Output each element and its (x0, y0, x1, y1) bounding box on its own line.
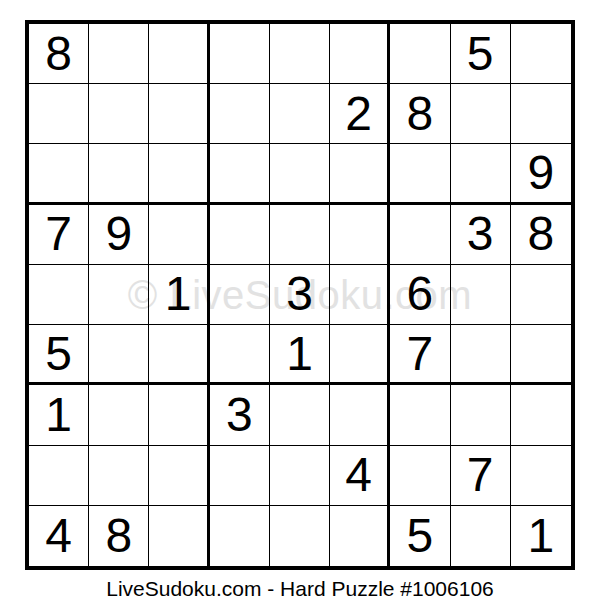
cell-r2c3[interactable] (149, 84, 209, 144)
cell-r8c5[interactable] (270, 446, 330, 506)
cell-r1c8[interactable]: 5 (451, 24, 511, 84)
cell-r5c7[interactable]: 6 (390, 265, 450, 325)
cell-r8c1[interactable] (29, 446, 89, 506)
cell-r5c8[interactable] (451, 265, 511, 325)
cell-r8c2[interactable] (89, 446, 149, 506)
cell-r7c4[interactable]: 3 (210, 385, 270, 445)
cell-r2c8[interactable] (451, 84, 511, 144)
cell-r9c3[interactable] (149, 506, 209, 566)
cell-r9c4[interactable] (210, 506, 270, 566)
cell-r1c6[interactable] (330, 24, 390, 84)
cell-r1c1[interactable]: 8 (29, 24, 89, 84)
cell-r4c1[interactable]: 7 (29, 205, 89, 265)
cell-r8c4[interactable] (210, 446, 270, 506)
cell-r6c9[interactable] (511, 325, 571, 385)
cell-r7c7[interactable] (390, 385, 450, 445)
cell-r5c6[interactable] (330, 265, 390, 325)
cell-r9c5[interactable] (270, 506, 330, 566)
cell-r3c3[interactable] (149, 144, 209, 204)
cell-r6c8[interactable] (451, 325, 511, 385)
cell-r3c6[interactable] (330, 144, 390, 204)
cell-r1c2[interactable] (89, 24, 149, 84)
cell-r4c5[interactable] (270, 205, 330, 265)
cell-r7c8[interactable] (451, 385, 511, 445)
cell-r3c8[interactable] (451, 144, 511, 204)
cell-r3c9[interactable]: 9 (511, 144, 571, 204)
cell-r8c8[interactable]: 7 (451, 446, 511, 506)
cell-r6c5[interactable]: 1 (270, 325, 330, 385)
cell-r3c4[interactable] (210, 144, 270, 204)
cell-r6c7[interactable]: 7 (390, 325, 450, 385)
cell-r2c4[interactable] (210, 84, 270, 144)
cell-r4c9[interactable]: 8 (511, 205, 571, 265)
cell-r4c3[interactable] (149, 205, 209, 265)
cell-r9c7[interactable]: 5 (390, 506, 450, 566)
cell-r9c1[interactable]: 4 (29, 506, 89, 566)
cell-r5c9[interactable] (511, 265, 571, 325)
cell-r6c4[interactable] (210, 325, 270, 385)
cell-r1c9[interactable] (511, 24, 571, 84)
cell-r6c3[interactable] (149, 325, 209, 385)
cell-r6c1[interactable]: 5 (29, 325, 89, 385)
cell-r8c3[interactable] (149, 446, 209, 506)
cell-r6c2[interactable] (89, 325, 149, 385)
cell-r2c6[interactable]: 2 (330, 84, 390, 144)
cell-r1c5[interactable] (270, 24, 330, 84)
cell-r6c6[interactable] (330, 325, 390, 385)
puzzle-caption: LiveSudoku.com - Hard Puzzle #1006106 (0, 577, 600, 601)
cell-r2c2[interactable] (89, 84, 149, 144)
cell-r9c9[interactable]: 1 (511, 506, 571, 566)
cell-r2c1[interactable] (29, 84, 89, 144)
cell-r7c3[interactable] (149, 385, 209, 445)
cell-r5c4[interactable] (210, 265, 270, 325)
cell-r5c2[interactable] (89, 265, 149, 325)
cell-r7c2[interactable] (89, 385, 149, 445)
cell-r4c2[interactable]: 9 (89, 205, 149, 265)
cell-r7c5[interactable] (270, 385, 330, 445)
cell-r2c9[interactable] (511, 84, 571, 144)
cell-r9c2[interactable]: 8 (89, 506, 149, 566)
sudoku-board: © LiveSudoku.com 85289793813651713474851 (25, 20, 575, 570)
cell-r4c4[interactable] (210, 205, 270, 265)
cell-r7c1[interactable]: 1 (29, 385, 89, 445)
cell-r3c1[interactable] (29, 144, 89, 204)
cell-r4c8[interactable]: 3 (451, 205, 511, 265)
cell-r8c6[interactable]: 4 (330, 446, 390, 506)
cell-r8c7[interactable] (390, 446, 450, 506)
cell-r9c8[interactable] (451, 506, 511, 566)
cell-r5c1[interactable] (29, 265, 89, 325)
cell-r3c5[interactable] (270, 144, 330, 204)
cell-r7c6[interactable] (330, 385, 390, 445)
cell-r9c6[interactable] (330, 506, 390, 566)
cell-r4c6[interactable] (330, 205, 390, 265)
cell-r2c7[interactable]: 8 (390, 84, 450, 144)
cell-r2c5[interactable] (270, 84, 330, 144)
cell-r1c4[interactable] (210, 24, 270, 84)
cell-r7c9[interactable] (511, 385, 571, 445)
cell-r1c3[interactable] (149, 24, 209, 84)
cell-r3c7[interactable] (390, 144, 450, 204)
cell-r5c5[interactable]: 3 (270, 265, 330, 325)
cell-r3c2[interactable] (89, 144, 149, 204)
cell-r5c3[interactable]: 1 (149, 265, 209, 325)
cell-r4c7[interactable] (390, 205, 450, 265)
cell-r8c9[interactable] (511, 446, 571, 506)
sudoku-page: © LiveSudoku.com 85289793813651713474851… (0, 0, 600, 615)
cell-r1c7[interactable] (390, 24, 450, 84)
